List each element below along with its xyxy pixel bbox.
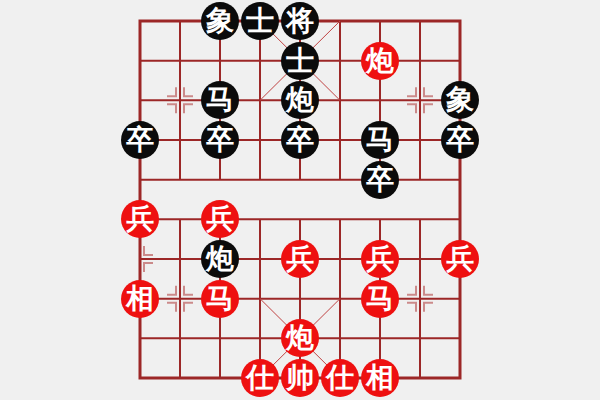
piece-black-cannon[interactable]: 炮	[201, 240, 239, 278]
pieces-layer: 象士将士炮马炮象卒卒卒马卒卒兵兵炮兵兵兵相马马炮仕帅仕相	[0, 0, 600, 400]
piece-red-advisor[interactable]: 仕	[241, 359, 279, 397]
piece-black-soldier[interactable]: 卒	[201, 121, 239, 159]
piece-red-horse[interactable]: 马	[361, 280, 399, 318]
piece-red-soldier[interactable]: 兵	[361, 240, 399, 278]
piece-black-cannon[interactable]: 炮	[281, 81, 319, 119]
piece-black-advisor[interactable]: 士	[281, 42, 319, 80]
piece-red-soldier[interactable]: 兵	[201, 200, 239, 238]
piece-black-general[interactable]: 将	[281, 2, 319, 40]
piece-red-general[interactable]: 帅	[281, 359, 319, 397]
piece-red-soldier[interactable]: 兵	[281, 240, 319, 278]
piece-red-cannon[interactable]: 炮	[361, 42, 399, 80]
piece-black-horse[interactable]: 马	[361, 121, 399, 159]
xiangqi-board[interactable]: 象士将士炮马炮象卒卒卒马卒卒兵兵炮兵兵兵相马马炮仕帅仕相	[0, 0, 600, 400]
piece-black-elephant[interactable]: 象	[201, 2, 239, 40]
piece-red-elephant[interactable]: 相	[121, 280, 159, 318]
piece-black-horse[interactable]: 马	[201, 81, 239, 119]
piece-red-soldier[interactable]: 兵	[441, 240, 479, 278]
piece-black-soldier[interactable]: 卒	[121, 121, 159, 159]
piece-red-cannon[interactable]: 炮	[281, 319, 319, 357]
piece-red-elephant[interactable]: 相	[361, 359, 399, 397]
piece-red-advisor[interactable]: 仕	[321, 359, 359, 397]
piece-black-soldier[interactable]: 卒	[361, 161, 399, 199]
piece-red-horse[interactable]: 马	[201, 280, 239, 318]
piece-black-advisor[interactable]: 士	[241, 2, 279, 40]
piece-red-soldier[interactable]: 兵	[121, 200, 159, 238]
piece-black-soldier[interactable]: 卒	[441, 121, 479, 159]
piece-black-soldier[interactable]: 卒	[281, 121, 319, 159]
piece-black-elephant[interactable]: 象	[441, 81, 479, 119]
